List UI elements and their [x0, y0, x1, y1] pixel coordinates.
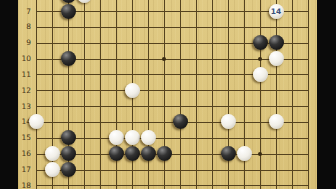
stone-white-R7[interactable]: 14	[269, 4, 284, 19]
row-label-10: 10	[18, 54, 31, 63]
grid-line-col-S	[292, 0, 293, 189]
stone-black-G16[interactable]	[109, 146, 124, 161]
grid-line-col-T	[308, 0, 309, 189]
grid-line-row-18	[36, 185, 309, 186]
stone-white-R14[interactable]	[269, 114, 284, 129]
go-board[interactable]: 78910111213141516171814	[18, 0, 317, 189]
grid-line-row-15	[36, 138, 309, 139]
grid-line-col-Q	[260, 0, 261, 189]
grid-line-col-B	[36, 0, 37, 189]
stone-white-B14[interactable]	[29, 114, 44, 129]
stone-black-D16[interactable]	[61, 146, 76, 161]
stone-white-C16[interactable]	[45, 146, 60, 161]
grid-line-row-17	[36, 170, 309, 171]
grid-line-row-16	[36, 154, 309, 155]
grid-line-col-R	[276, 0, 277, 189]
grid-line-row-11	[36, 74, 309, 75]
stone-black-D7[interactable]	[61, 4, 76, 19]
stone-white-Q11[interactable]	[253, 67, 268, 82]
grid-line-row-9	[36, 43, 309, 44]
stone-white-O14[interactable]	[221, 114, 236, 129]
row-label-7: 7	[18, 7, 31, 16]
row-label-8: 8	[18, 22, 31, 31]
grid-line-row-14	[36, 122, 309, 123]
stone-white-H12[interactable]	[125, 83, 140, 98]
row-label-11: 11	[18, 70, 31, 79]
grid-line-col-E	[84, 0, 85, 189]
letterbox-right	[317, 0, 336, 189]
grid-line-col-N	[212, 0, 213, 189]
stone-white-P16[interactable]	[237, 146, 252, 161]
grid-line-col-M	[196, 0, 197, 189]
move-number-label: 14	[269, 4, 284, 19]
stone-black-L14[interactable]	[173, 114, 188, 129]
app-screen: 78910111213141516171814	[0, 0, 336, 189]
letterbox-left	[0, 0, 18, 189]
stone-white-E6[interactable]	[77, 0, 92, 3]
star-point-K10	[162, 57, 166, 61]
grid-line-col-L	[180, 0, 181, 189]
row-label-18: 18	[18, 181, 31, 189]
stone-black-J16[interactable]	[141, 146, 156, 161]
star-point-Q16	[258, 152, 262, 156]
stone-black-D17[interactable]	[61, 162, 76, 177]
row-label-16: 16	[18, 149, 31, 158]
row-label-15: 15	[18, 133, 31, 142]
row-label-9: 9	[18, 38, 31, 47]
stone-black-D15[interactable]	[61, 130, 76, 145]
stone-white-G15[interactable]	[109, 130, 124, 145]
star-point-Q10	[258, 57, 262, 61]
row-label-13: 13	[18, 102, 31, 111]
grid-line-row-12	[36, 90, 309, 91]
stone-white-J15[interactable]	[141, 130, 156, 145]
stone-black-D6[interactable]	[61, 0, 76, 3]
stone-white-C17[interactable]	[45, 162, 60, 177]
stone-black-K16[interactable]	[157, 146, 172, 161]
grid-line-row-8	[36, 27, 309, 28]
stone-black-O16[interactable]	[221, 146, 236, 161]
grid-line-col-F	[100, 0, 101, 189]
row-label-12: 12	[18, 86, 31, 95]
grid-line-row-10	[36, 59, 309, 60]
stone-white-H15[interactable]	[125, 130, 140, 145]
stone-black-Q9[interactable]	[253, 35, 268, 50]
grid-line-row-13	[36, 106, 309, 107]
stone-black-H16[interactable]	[125, 146, 140, 161]
stone-white-R10[interactable]	[269, 51, 284, 66]
stone-black-D10[interactable]	[61, 51, 76, 66]
row-label-17: 17	[18, 165, 31, 174]
stone-black-R9[interactable]	[269, 35, 284, 50]
